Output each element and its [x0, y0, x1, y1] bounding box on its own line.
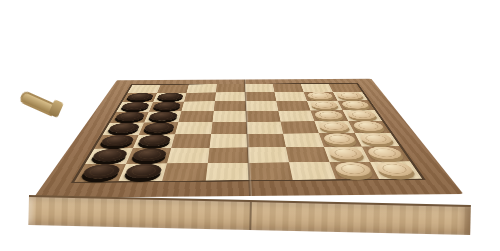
- square-a4[interactable]: [103, 123, 145, 135]
- light-piece[interactable]: [322, 133, 357, 144]
- square-b5[interactable]: [144, 111, 181, 122]
- box-fold-seam: [249, 202, 252, 230]
- box-front-face: [28, 195, 471, 235]
- dark-piece[interactable]: [157, 93, 184, 100]
- square-d5[interactable]: [213, 111, 247, 122]
- square-c5[interactable]: [178, 111, 213, 122]
- square-d7[interactable]: [215, 92, 246, 101]
- dark-piece[interactable]: [137, 135, 172, 146]
- square-b2[interactable]: [126, 148, 171, 164]
- square-h4[interactable]: [348, 121, 390, 133]
- dark-piece[interactable]: [143, 123, 176, 133]
- square-f3[interactable]: [283, 133, 324, 147]
- square-f5[interactable]: [278, 111, 314, 122]
- dark-piece[interactable]: [131, 148, 168, 161]
- square-c7[interactable]: [184, 92, 216, 101]
- light-piece[interactable]: [313, 111, 344, 120]
- square-h7[interactable]: [333, 92, 368, 101]
- square-e1[interactable]: [248, 162, 292, 180]
- light-piece[interactable]: [374, 162, 417, 176]
- light-piece[interactable]: [318, 121, 351, 131]
- square-c4[interactable]: [175, 122, 213, 134]
- square-h2[interactable]: [362, 146, 410, 161]
- square-a6[interactable]: [116, 102, 153, 112]
- square-e7[interactable]: [245, 92, 276, 101]
- square-f8[interactable]: [273, 84, 304, 92]
- square-a3[interactable]: [94, 135, 138, 149]
- light-piece[interactable]: [335, 92, 364, 99]
- square-e2[interactable]: [248, 147, 289, 163]
- scene: [0, 0, 500, 251]
- square-d6[interactable]: [214, 101, 246, 111]
- square-h3[interactable]: [355, 133, 400, 147]
- square-f2[interactable]: [286, 147, 330, 163]
- square-g8[interactable]: [301, 84, 333, 92]
- square-d2[interactable]: [208, 147, 249, 163]
- light-piece[interactable]: [333, 162, 374, 176]
- square-d3[interactable]: [210, 134, 248, 148]
- light-piece[interactable]: [346, 110, 378, 119]
- square-a8[interactable]: [128, 85, 161, 93]
- dark-piece[interactable]: [126, 93, 155, 100]
- square-e5[interactable]: [246, 111, 280, 122]
- square-c8[interactable]: [187, 84, 217, 92]
- square-h5[interactable]: [343, 110, 382, 121]
- dark-piece[interactable]: [120, 102, 150, 110]
- square-b4[interactable]: [139, 122, 179, 134]
- square-a5[interactable]: [110, 112, 149, 123]
- dark-piece[interactable]: [148, 112, 179, 121]
- square-a7[interactable]: [122, 93, 157, 102]
- square-c3[interactable]: [171, 134, 211, 148]
- dark-piece[interactable]: [90, 149, 129, 162]
- square-h6[interactable]: [337, 100, 374, 110]
- dark-piece[interactable]: [152, 102, 181, 110]
- square-f7[interactable]: [274, 92, 306, 101]
- square-f6[interactable]: [276, 101, 310, 111]
- square-d8[interactable]: [216, 84, 245, 92]
- square-e4[interactable]: [247, 122, 283, 134]
- square-g7[interactable]: [304, 92, 338, 101]
- light-piece[interactable]: [340, 101, 371, 109]
- square-f1[interactable]: [289, 162, 336, 180]
- square-h8[interactable]: [329, 84, 362, 92]
- dark-piece[interactable]: [123, 164, 163, 179]
- light-piece[interactable]: [306, 92, 334, 99]
- checkers-board: [33, 79, 463, 198]
- square-e6[interactable]: [246, 101, 279, 111]
- dark-piece[interactable]: [99, 135, 136, 146]
- square-f4[interactable]: [281, 121, 319, 133]
- square-c1[interactable]: [162, 163, 208, 181]
- clasp-hook-icon: [17, 83, 66, 124]
- dark-piece[interactable]: [107, 123, 141, 133]
- square-d4[interactable]: [211, 122, 247, 134]
- square-c6[interactable]: [181, 101, 215, 111]
- square-b3[interactable]: [133, 134, 175, 148]
- light-piece[interactable]: [351, 121, 386, 131]
- dark-piece[interactable]: [80, 164, 122, 179]
- square-c2[interactable]: [167, 148, 210, 164]
- square-b6[interactable]: [149, 102, 184, 112]
- square-h1[interactable]: [370, 161, 422, 179]
- light-piece[interactable]: [327, 147, 365, 160]
- square-d1[interactable]: [206, 163, 249, 181]
- light-piece[interactable]: [365, 147, 405, 160]
- square-b8[interactable]: [157, 85, 189, 93]
- square-b7[interactable]: [153, 93, 186, 102]
- light-piece[interactable]: [358, 133, 395, 144]
- square-b1[interactable]: [118, 163, 167, 181]
- dark-piece[interactable]: [114, 112, 146, 121]
- square-e3[interactable]: [247, 134, 286, 148]
- square-e8[interactable]: [245, 84, 275, 92]
- square-g6[interactable]: [307, 101, 343, 111]
- light-piece[interactable]: [310, 101, 339, 109]
